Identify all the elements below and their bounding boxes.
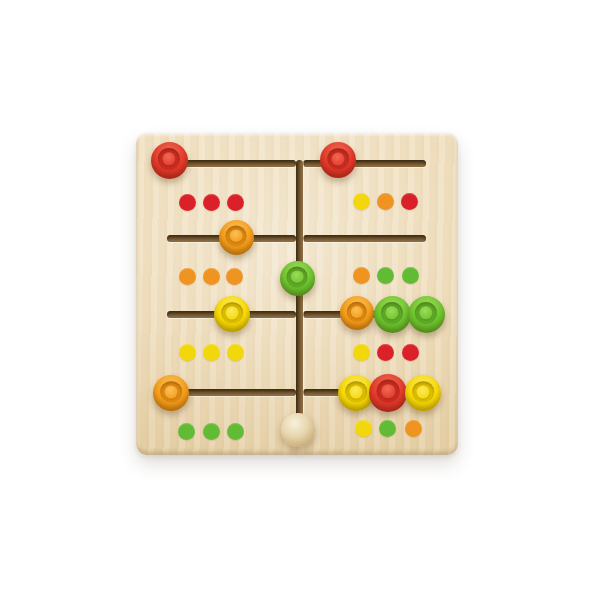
code-dot-red-row1-left — [227, 194, 244, 211]
code-dot-yellow-row3-left — [227, 344, 244, 361]
code-dot-red-row1-left — [203, 194, 220, 211]
code-dot-green-row4-left — [203, 423, 220, 440]
code-dot-yellow-row3-left — [179, 344, 196, 361]
code-dot-green-row4-left — [178, 423, 195, 440]
code-dot-red-row3-right — [402, 344, 419, 361]
code-dot-orange-row4-right — [405, 420, 422, 437]
code-dot-red-row1-left — [179, 194, 196, 211]
slot-row2-right — [303, 235, 426, 242]
code-dot-green-row2-right — [377, 267, 394, 284]
code-dot-orange-row1-right — [377, 193, 394, 210]
code-dot-green-row4-right — [379, 420, 396, 437]
code-dot-green-row4-left — [227, 423, 244, 440]
code-dot-yellow-row4-right — [355, 420, 372, 437]
peg-green-row3-right-3[interactable] — [408, 296, 445, 333]
code-dot-orange-row2-right — [353, 267, 370, 284]
peg-green-center-channel[interactable] — [280, 261, 315, 296]
peg-red-row1-right[interactable] — [320, 142, 356, 178]
peg-orange-row3-right-1[interactable] — [340, 296, 374, 330]
peg-orange-row2-left[interactable] — [219, 220, 254, 255]
peg-yellow-row3-left[interactable] — [214, 296, 250, 332]
peg-yellow-row4-right-3[interactable] — [405, 375, 441, 411]
peg-green-row3-right-2[interactable] — [374, 296, 411, 333]
peg-red-row1-left[interactable] — [151, 142, 188, 179]
code-dot-orange-row2-left — [179, 268, 196, 285]
code-dot-red-row1-right — [401, 193, 418, 210]
code-dot-orange-row2-left — [226, 268, 243, 285]
game-board — [136, 133, 458, 455]
code-dot-orange-row2-left — [203, 268, 220, 285]
code-dot-green-row2-right — [402, 267, 419, 284]
code-dot-red-row3-right — [377, 344, 394, 361]
peg-orange-row4-left[interactable] — [153, 375, 189, 411]
code-dot-yellow-row1-right — [353, 193, 370, 210]
photo-canvas — [0, 0, 600, 600]
peg-red-row4-right-2[interactable] — [369, 374, 407, 412]
wood-ball[interactable] — [281, 413, 315, 447]
code-dot-yellow-row3-right — [353, 344, 370, 361]
code-dot-yellow-row3-left — [203, 344, 220, 361]
